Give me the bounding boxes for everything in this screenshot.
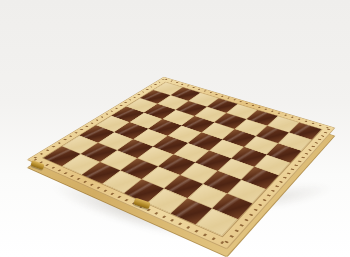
chess-piece-glyph: ♛ xyxy=(129,157,155,192)
chess-piece-glyph: ♟ xyxy=(202,97,216,115)
board-frame: ♜♞♝♚♛♝♞♜♟♟♟♟♟♟♟♟♟♟♟♟♟♟♟♟♜♞♝♚♛♝♞♜ xyxy=(27,77,336,250)
chess-piece-glyph: ♟ xyxy=(264,116,278,136)
chess-piece-glyph: ♟ xyxy=(183,91,196,109)
chess-piece-glyph: ♟ xyxy=(222,103,236,122)
chess-piece-glyph: ♟ xyxy=(165,86,178,104)
chess-piece-glyph: ♟ xyxy=(286,123,301,143)
chess-piece-glyph: ♟ xyxy=(147,80,160,97)
chess-piece-glyph: ♞ xyxy=(69,139,89,166)
wooden-chess-set-photo: ♜♞♝♚♛♝♞♜♟♟♟♟♟♟♟♟♟♟♟♟♟♟♟♟♜♞♝♚♛♝♞♜ xyxy=(0,0,350,257)
chess-board: ♜♞♝♚♛♝♞♜♟♟♟♟♟♟♟♟♟♟♟♟♟♟♟♟♜♞♝♚♛♝♞♜ xyxy=(27,77,336,250)
chess-piece-glyph: ♟ xyxy=(242,110,256,129)
chess-piece-glyph: ♞ xyxy=(178,183,200,213)
chess-piece-glyph: ♜ xyxy=(51,134,69,158)
square-b3[interactable] xyxy=(244,136,278,155)
chess-piece-glyph: ♜ xyxy=(204,196,225,224)
chess-piece-glyph: ♝ xyxy=(153,171,176,203)
